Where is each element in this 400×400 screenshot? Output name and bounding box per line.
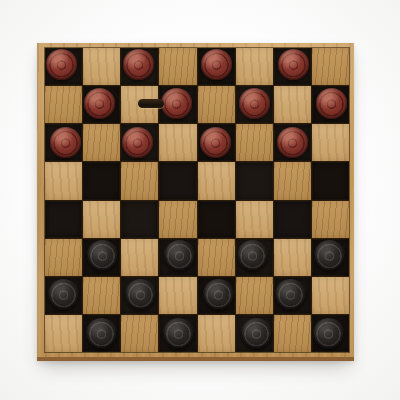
- square-b8: [83, 48, 120, 85]
- square-b7[interactable]: ⛀: [83, 86, 120, 123]
- checker-red[interactable]: ⛀: [201, 49, 232, 80]
- checker-black[interactable]: ⛂: [125, 279, 156, 310]
- checker-red[interactable]: ⛀: [50, 127, 81, 158]
- square-h8: [312, 48, 349, 85]
- checker-black[interactable]: ⛂: [237, 240, 268, 271]
- checker-red[interactable]: ⛀: [278, 49, 309, 80]
- square-h4: [312, 201, 349, 238]
- checker-black[interactable]: ⛂: [164, 240, 195, 271]
- square-g3: [274, 239, 311, 276]
- checker-red[interactable]: ⛀: [277, 127, 308, 158]
- square-b3[interactable]: ⛂: [83, 239, 120, 276]
- checker-red[interactable]: ⛀: [161, 88, 192, 119]
- checker-red[interactable]: ⛀: [316, 88, 347, 119]
- square-a2[interactable]: ⛂: [45, 277, 82, 314]
- checker-black[interactable]: ⛂: [314, 240, 345, 271]
- square-e7: [198, 86, 235, 123]
- square-g2[interactable]: ⛂: [274, 277, 311, 314]
- square-f8: [236, 48, 273, 85]
- square-b5[interactable]: [83, 162, 120, 199]
- square-a8[interactable]: ⛀: [45, 48, 82, 85]
- square-h1[interactable]: ⛂: [312, 315, 349, 352]
- square-e6[interactable]: ⛀: [198, 124, 235, 161]
- square-g5: [274, 162, 311, 199]
- square-h7[interactable]: ⛀: [312, 86, 349, 123]
- checker-red[interactable]: ⛀: [239, 88, 270, 119]
- square-d4: [159, 201, 196, 238]
- square-g7: [274, 86, 311, 123]
- square-d5[interactable]: [159, 162, 196, 199]
- square-d3[interactable]: ⛂: [159, 239, 196, 276]
- checker-red[interactable]: ⛀: [46, 49, 77, 80]
- square-e5: [198, 162, 235, 199]
- checker-black[interactable]: ⛂: [275, 279, 306, 310]
- checker-black[interactable]: ⛂: [87, 240, 118, 271]
- square-h2: [312, 277, 349, 314]
- square-h6: [312, 124, 349, 161]
- checker-red[interactable]: ⛀: [122, 127, 153, 158]
- checker-black[interactable]: ⛂: [48, 279, 79, 310]
- square-c4[interactable]: [121, 201, 158, 238]
- square-e8[interactable]: ⛀: [198, 48, 235, 85]
- square-c1: [121, 315, 158, 352]
- square-a6[interactable]: ⛀: [45, 124, 82, 161]
- square-d8: [159, 48, 196, 85]
- checkers-board: ⛀⛀⛀⛀⛀⛀⛀⛀⛀⛀⛀⛀⛂⛂⛂⛂⛂⛂⛂⛂⛂⛂⛂⛂: [37, 43, 354, 361]
- board-grid: ⛀⛀⛀⛀⛀⛀⛀⛀⛀⛀⛀⛀⛂⛂⛂⛂⛂⛂⛂⛂⛂⛂⛂⛂: [45, 48, 349, 352]
- square-c3: [121, 239, 158, 276]
- checker-red[interactable]: ⛀: [123, 49, 154, 80]
- square-h5[interactable]: [312, 162, 349, 199]
- checker-red[interactable]: ⛀: [200, 127, 231, 158]
- square-g8[interactable]: ⛀: [274, 48, 311, 85]
- square-a4[interactable]: [45, 201, 82, 238]
- checker-black[interactable]: ⛂: [86, 318, 117, 349]
- square-c8[interactable]: ⛀: [121, 48, 158, 85]
- square-g6[interactable]: ⛀: [274, 124, 311, 161]
- square-a5: [45, 162, 82, 199]
- square-e3: [198, 239, 235, 276]
- square-d6: [159, 124, 196, 161]
- square-a3: [45, 239, 82, 276]
- square-b4: [83, 201, 120, 238]
- square-f3[interactable]: ⛂: [236, 239, 273, 276]
- page: { "game": "checkers", "scene": { "descri…: [0, 0, 400, 400]
- square-b6: [83, 124, 120, 161]
- square-a1: [45, 315, 82, 352]
- square-d7[interactable]: ⛀: [159, 86, 196, 123]
- square-c2[interactable]: ⛂: [121, 277, 158, 314]
- square-g4[interactable]: [274, 201, 311, 238]
- square-c5: [121, 162, 158, 199]
- square-e4[interactable]: [198, 201, 235, 238]
- wood-knot: [138, 99, 164, 108]
- square-f6: [236, 124, 273, 161]
- square-h3[interactable]: ⛂: [312, 239, 349, 276]
- square-e2[interactable]: ⛂: [198, 277, 235, 314]
- square-e1: [198, 315, 235, 352]
- square-d2: [159, 277, 196, 314]
- square-f2: [236, 277, 273, 314]
- product-photo-background: ⛀⛀⛀⛀⛀⛀⛀⛀⛀⛀⛀⛀⛂⛂⛂⛂⛂⛂⛂⛂⛂⛂⛂⛂: [0, 0, 400, 400]
- checker-black[interactable]: ⛂: [203, 279, 234, 310]
- square-f1[interactable]: ⛂: [236, 315, 273, 352]
- square-f4: [236, 201, 273, 238]
- square-f7[interactable]: ⛀: [236, 86, 273, 123]
- square-f5[interactable]: [236, 162, 273, 199]
- square-a7: [45, 86, 82, 123]
- checker-black[interactable]: ⛂: [163, 318, 194, 349]
- checker-red[interactable]: ⛀: [84, 88, 115, 119]
- checker-black[interactable]: ⛂: [241, 318, 272, 349]
- square-d1[interactable]: ⛂: [159, 315, 196, 352]
- square-b1[interactable]: ⛂: [83, 315, 120, 352]
- square-c6[interactable]: ⛀: [121, 124, 158, 161]
- square-b2: [83, 277, 120, 314]
- square-g1: [274, 315, 311, 352]
- checker-black[interactable]: ⛂: [313, 318, 344, 349]
